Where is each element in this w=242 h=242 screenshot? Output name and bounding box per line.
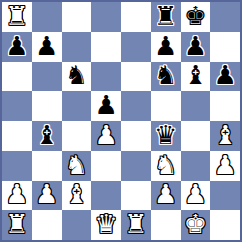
piece-black-pawn-icon: ♟ [184,33,207,59]
piece-black-bishop-icon: ♝ [184,62,207,88]
square-b3[interactable] [32,151,62,181]
square-f1[interactable] [151,210,181,240]
square-c2[interactable]: ♝ [62,181,92,211]
piece-white-queen-icon: ♛ [94,211,117,237]
chess-board: ♜♜♚♟♟♟♟♞♞♝♟♟♝♟♛♝♞♞♟♟♟♝♟♟♜♛♜♚ [0,0,242,242]
square-h1[interactable] [210,210,240,240]
square-b7[interactable]: ♟ [32,32,62,62]
square-h8[interactable] [210,2,240,32]
square-d4[interactable]: ♟ [91,121,121,151]
square-b5[interactable] [32,91,62,121]
piece-white-pawn-icon: ♟ [154,181,177,207]
piece-white-bishop-icon: ♝ [213,122,236,148]
square-e4[interactable] [121,121,151,151]
square-g5[interactable] [181,91,211,121]
piece-black-pawn-icon: ♟ [5,33,28,59]
piece-black-pawn-icon: ♟ [154,33,177,59]
square-c3[interactable]: ♞ [62,151,92,181]
piece-white-pawn-icon: ♟ [35,181,58,207]
square-d3[interactable] [91,151,121,181]
square-c1[interactable] [62,210,92,240]
piece-white-king-icon: ♚ [184,211,207,237]
square-a4[interactable] [2,121,32,151]
square-g8[interactable]: ♚ [181,2,211,32]
square-h4[interactable]: ♝ [210,121,240,151]
square-c7[interactable] [62,32,92,62]
square-c4[interactable] [62,121,92,151]
square-g4[interactable] [181,121,211,151]
square-d1[interactable]: ♛ [91,210,121,240]
piece-white-pawn-icon: ♟ [213,152,236,178]
square-b4[interactable]: ♝ [32,121,62,151]
piece-black-king-icon: ♚ [184,3,207,29]
square-h3[interactable]: ♟ [210,151,240,181]
square-a8[interactable]: ♜ [2,2,32,32]
square-d7[interactable] [91,32,121,62]
square-e8[interactable] [121,2,151,32]
piece-white-bishop-icon: ♝ [65,181,88,207]
piece-white-knight-icon: ♞ [154,152,177,178]
square-d5[interactable]: ♟ [91,91,121,121]
piece-white-pawn-icon: ♟ [5,181,28,207]
piece-black-rook-icon: ♜ [154,3,177,29]
piece-black-pawn-icon: ♟ [94,92,117,118]
square-f3[interactable]: ♞ [151,151,181,181]
square-g6[interactable]: ♝ [181,62,211,92]
square-e6[interactable] [121,62,151,92]
piece-white-rook-icon: ♜ [5,211,28,237]
square-a2[interactable]: ♟ [2,181,32,211]
piece-black-knight-icon: ♞ [65,62,88,88]
piece-white-rook-icon: ♜ [124,211,147,237]
piece-black-pawn-icon: ♟ [213,62,236,88]
square-f7[interactable]: ♟ [151,32,181,62]
square-h5[interactable] [210,91,240,121]
square-e3[interactable] [121,151,151,181]
square-g1[interactable]: ♚ [181,210,211,240]
square-f2[interactable]: ♟ [151,181,181,211]
square-h7[interactable] [210,32,240,62]
square-d6[interactable] [91,62,121,92]
square-h6[interactable]: ♟ [210,62,240,92]
square-a3[interactable] [2,151,32,181]
square-g2[interactable]: ♟ [181,181,211,211]
square-h2[interactable] [210,181,240,211]
square-b1[interactable] [32,210,62,240]
piece-white-knight-icon: ♞ [65,152,88,178]
piece-black-knight-icon: ♞ [154,62,177,88]
square-e5[interactable] [121,91,151,121]
square-g3[interactable] [181,151,211,181]
square-e2[interactable] [121,181,151,211]
square-f5[interactable] [151,91,181,121]
piece-black-queen-icon: ♛ [154,122,177,148]
square-c5[interactable] [62,91,92,121]
square-g7[interactable]: ♟ [181,32,211,62]
square-f4[interactable]: ♛ [151,121,181,151]
square-a1[interactable]: ♜ [2,210,32,240]
square-e1[interactable]: ♜ [121,210,151,240]
square-d8[interactable] [91,2,121,32]
square-a6[interactable] [2,62,32,92]
square-d2[interactable] [91,181,121,211]
piece-white-pawn-icon: ♟ [184,181,207,207]
square-e7[interactable] [121,32,151,62]
square-f8[interactable]: ♜ [151,2,181,32]
square-f6[interactable]: ♞ [151,62,181,92]
square-b6[interactable] [32,62,62,92]
piece-black-bishop-icon: ♝ [35,122,58,148]
piece-black-pawn-icon: ♟ [35,33,58,59]
square-b2[interactable]: ♟ [32,181,62,211]
piece-white-pawn-icon: ♟ [94,122,117,148]
square-c6[interactable]: ♞ [62,62,92,92]
square-c8[interactable] [62,2,92,32]
square-a5[interactable] [2,91,32,121]
square-a7[interactable]: ♟ [2,32,32,62]
square-b8[interactable] [32,2,62,32]
piece-white-rook-icon: ♜ [5,3,28,29]
